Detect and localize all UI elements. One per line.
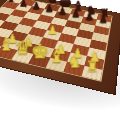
black-pawn-glyph: ♟ xyxy=(31,1,40,11)
white-queen-glyph: ♛ xyxy=(14,39,31,58)
black-pawn-glyph: ♟ xyxy=(44,4,53,14)
board-grid: ♜♞♝♛♚♝♞♜♟♟♟♟♟♟♟♟♟♟♟♟♟♟♟♟♜♞♝♛♚♝♞♜ xyxy=(0,0,112,81)
white-pawn-glyph: ♟ xyxy=(47,25,57,36)
scene: ♜♞♝♛♚♝♞♜♟♟♟♟♟♟♟♟♟♟♟♟♟♟♟♟♜♞♝♛♚♝♞♜ xyxy=(0,0,120,120)
black-pawn-glyph: ♟ xyxy=(57,6,66,16)
white-bishop-glyph: ♝ xyxy=(0,37,13,54)
chess-set-photo: ♜♞♝♛♚♝♞♜♟♟♟♟♟♟♟♟♟♟♟♟♟♟♟♟♜♞♝♛♚♝♞♜ xyxy=(0,0,120,120)
black-pawn-glyph: ♟ xyxy=(98,14,107,24)
white-knight-glyph: ♞ xyxy=(67,54,81,70)
board-square-h6 xyxy=(93,26,109,36)
black-pawn-glyph: ♟ xyxy=(71,9,80,19)
white-king-glyph: ♚ xyxy=(30,42,48,62)
black-pawn-glyph: ♟ xyxy=(19,0,28,8)
black-pawn-glyph: ♟ xyxy=(84,12,93,22)
board-square-g1: ♞ xyxy=(64,62,85,77)
white-bishop-glyph: ♝ xyxy=(48,48,64,66)
white-rook-glyph: ♜ xyxy=(85,59,98,74)
board-square-h1: ♜ xyxy=(82,66,102,81)
black-pawn-glyph: ♟ xyxy=(6,0,15,6)
